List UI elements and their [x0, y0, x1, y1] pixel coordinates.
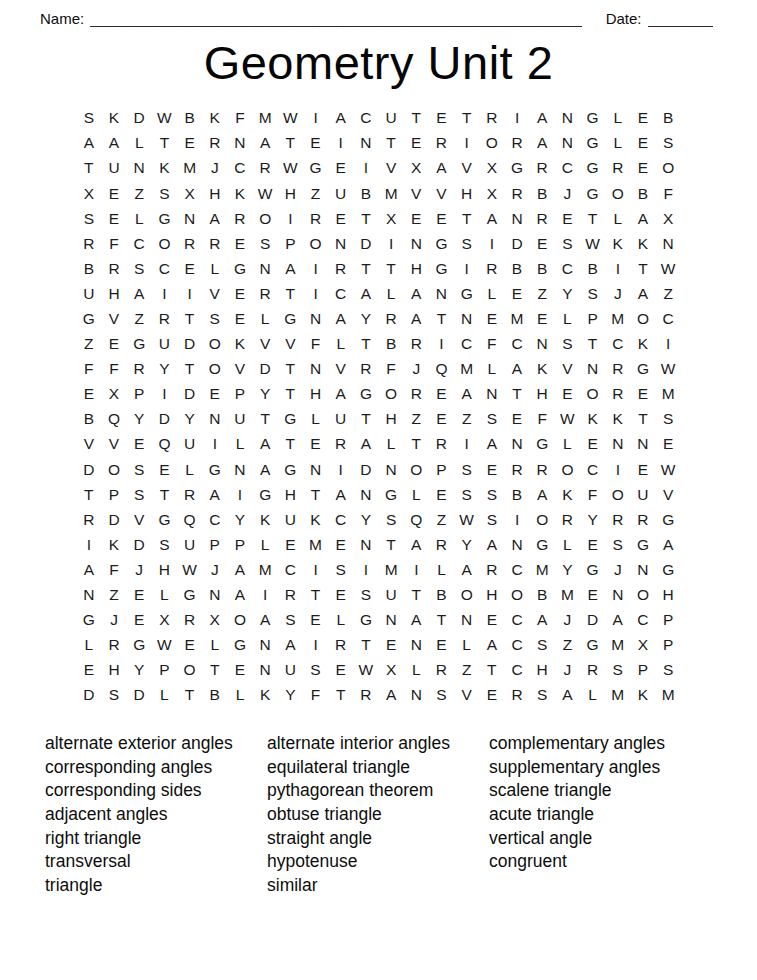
grid-cell: G [429, 256, 454, 281]
grid-cell: L [328, 608, 353, 633]
grid-cell: J [555, 658, 580, 683]
grid-cell: D [127, 532, 152, 557]
grid-cell: S [303, 658, 328, 683]
grid-cell: C [605, 332, 630, 357]
grid-cell: S [454, 482, 479, 507]
page-title: Geometry Unit 2 [0, 37, 757, 89]
grid-cell: R [278, 582, 303, 607]
grid-cell: R [328, 633, 353, 658]
grid-cell: V [656, 482, 681, 507]
grid-cell: B [76, 256, 101, 281]
grid-cell: W [253, 181, 278, 206]
grid-cell: C [555, 256, 580, 281]
grid-cell: E [303, 432, 328, 457]
grid-cell: R [353, 357, 378, 382]
grid-cell: Y [353, 306, 378, 331]
grid-cell: N [404, 231, 429, 256]
grid-cell: O [253, 206, 278, 231]
grid-cell: A [530, 482, 555, 507]
grid-cell: O [303, 231, 328, 256]
grid-cell: T [303, 482, 328, 507]
grid-cell: A [328, 382, 353, 407]
grid-cell: P [656, 608, 681, 633]
grid-cell: J [555, 608, 580, 633]
grid-cell: S [605, 658, 630, 683]
grid-cell: V [328, 357, 353, 382]
grid-cell: T [353, 256, 378, 281]
grid-cell: N [227, 131, 252, 156]
word-list-item: obtuse triangle [267, 803, 489, 827]
grid-cell: E [404, 131, 429, 156]
grid-cell: B [379, 332, 404, 357]
grid-cell: Q [404, 507, 429, 532]
grid-cell: C [504, 332, 529, 357]
grid-cell: K [630, 332, 655, 357]
grid-cell: V [454, 683, 479, 708]
grid-cell: N [454, 306, 479, 331]
word-list-item: scalene triangle [489, 779, 665, 803]
grid-cell: X [202, 608, 227, 633]
grid-cell: L [152, 582, 177, 607]
grid-cell: R [404, 332, 429, 357]
grid-cell: E [630, 106, 655, 131]
grid-cell: A [479, 206, 504, 231]
grid-cell: E [555, 382, 580, 407]
grid-cell: I [303, 281, 328, 306]
grid-cell: V [379, 156, 404, 181]
grid-cell: O [202, 332, 227, 357]
grid-cell: C [202, 507, 227, 532]
grid-cell: I [76, 532, 101, 557]
grid-cell: L [253, 306, 278, 331]
grid-cell: T [303, 582, 328, 607]
grid-cell: C [580, 457, 605, 482]
grid-cell: C [504, 658, 529, 683]
grid-cell: A [202, 206, 227, 231]
grid-cell: E [580, 532, 605, 557]
grid-cell: N [504, 432, 529, 457]
grid-cell: Q [101, 407, 126, 432]
grid-cell: N [605, 432, 630, 457]
grid-cell: N [303, 306, 328, 331]
grid-cell: D [177, 332, 202, 357]
grid-cell: O [555, 457, 580, 482]
grid-cell: U [76, 281, 101, 306]
grid-cell: I [353, 557, 378, 582]
grid-cell: S [429, 683, 454, 708]
grid-cell: N [656, 231, 681, 256]
word-list-item: pythagorean theorem [267, 779, 489, 803]
grid-cell: E [76, 382, 101, 407]
grid-cell: U [630, 482, 655, 507]
grid-cell: A [202, 482, 227, 507]
grid-cell: U [101, 156, 126, 181]
grid-cell: J [404, 357, 429, 382]
grid-cell: K [227, 332, 252, 357]
grid-cell: L [202, 633, 227, 658]
grid-cell: G [580, 106, 605, 131]
grid-cell: Y [278, 683, 303, 708]
grid-cell: M [454, 357, 479, 382]
grid-cell: S [127, 256, 152, 281]
grid-cell: J [127, 557, 152, 582]
grid-cell: U [278, 507, 303, 532]
grid-cell: L [227, 683, 252, 708]
grid-cell: A [253, 608, 278, 633]
grid-cell: E [127, 432, 152, 457]
grid-cell: B [76, 407, 101, 432]
grid-cell: E [152, 457, 177, 482]
grid-cell: X [152, 608, 177, 633]
grid-cell: N [76, 582, 101, 607]
grid-cell: E [177, 131, 202, 156]
grid-cell: A [278, 633, 303, 658]
grid-cell: X [404, 156, 429, 181]
grid-cell: F [101, 557, 126, 582]
grid-cell: C [328, 281, 353, 306]
grid-cell: C [555, 156, 580, 181]
grid-cell: K [303, 507, 328, 532]
grid-cell: E [177, 633, 202, 658]
grid-cell: E [76, 658, 101, 683]
grid-cell: E [479, 608, 504, 633]
grid-cell: L [605, 206, 630, 231]
grid-cell: Q [152, 432, 177, 457]
grid-cell: M [504, 306, 529, 331]
grid-cell: T [76, 482, 101, 507]
grid-cell: E [580, 432, 605, 457]
grid-cell: D [504, 231, 529, 256]
grid-cell: R [177, 482, 202, 507]
grid-cell: H [530, 658, 555, 683]
grid-cell: A [278, 256, 303, 281]
grid-cell: W [278, 106, 303, 131]
grid-cell: H [101, 658, 126, 683]
grid-cell: A [504, 357, 529, 382]
grid-cell: L [379, 432, 404, 457]
grid-cell: G [202, 457, 227, 482]
grid-cell: T [454, 206, 479, 231]
grid-cell: Z [127, 181, 152, 206]
grid-cell: L [605, 131, 630, 156]
grid-cell: I [429, 332, 454, 357]
grid-cell: A [328, 482, 353, 507]
grid-cell: Y [152, 357, 177, 382]
grid-cell: O [454, 582, 479, 607]
grid-cell: N [605, 582, 630, 607]
grid-cell: T [152, 482, 177, 507]
grid-cell: C [454, 332, 479, 357]
grid-cell: I [278, 206, 303, 231]
word-list-column: alternate interior anglesequilateral tri… [267, 732, 489, 898]
grid-cell: A [76, 131, 101, 156]
grid-cell: B [656, 106, 681, 131]
grid-cell: T [76, 156, 101, 181]
grid-cell: N [630, 432, 655, 457]
grid-cell: G [152, 507, 177, 532]
grid-cell: R [605, 382, 630, 407]
grid-cell: G [303, 156, 328, 181]
grid-cell: S [479, 507, 504, 532]
word-list-column: alternate exterior anglescorresponding a… [45, 732, 267, 898]
grid-cell: R [580, 658, 605, 683]
grid-cell: F [227, 106, 252, 131]
grid-cell: A [404, 306, 429, 331]
grid-cell: R [530, 457, 555, 482]
grid-cell: Q [177, 507, 202, 532]
grid-cell: T [404, 432, 429, 457]
grid-cell: D [127, 683, 152, 708]
grid-cell: O [227, 608, 252, 633]
grid-cell: V [202, 281, 227, 306]
grid-cell: R [630, 507, 655, 532]
grid-cell: H [202, 181, 227, 206]
grid-cell: G [454, 281, 479, 306]
grid-cell: S [555, 332, 580, 357]
word-list: alternate exterior anglescorresponding a… [45, 732, 757, 898]
grid-cell: N [479, 382, 504, 407]
grid-cell: U [278, 658, 303, 683]
grid-cell: R [429, 658, 454, 683]
grid-cell: S [580, 281, 605, 306]
grid-cell: A [353, 281, 378, 306]
grid-cell: B [580, 256, 605, 281]
grid-cell: W [580, 231, 605, 256]
word-list-item: hypotenuse [267, 850, 489, 874]
grid-cell: L [127, 131, 152, 156]
worksheet-header: Name: __________________________________… [0, 0, 757, 28]
grid-cell: R [152, 306, 177, 331]
grid-cell: N [303, 357, 328, 382]
grid-cell: T [504, 382, 529, 407]
grid-cell: G [278, 457, 303, 482]
grid-cell: R [504, 457, 529, 482]
grid-cell: N [504, 532, 529, 557]
grid-cell: L [555, 532, 580, 557]
grid-cell: A [353, 432, 378, 457]
grid-cell: L [605, 106, 630, 131]
grid-cell: E [479, 683, 504, 708]
grid-cell: R [76, 507, 101, 532]
grid-cell: N [353, 532, 378, 557]
grid-cell: Z [454, 407, 479, 432]
grid-cell: A [530, 106, 555, 131]
grid-cell: X [479, 156, 504, 181]
grid-cell: T [630, 407, 655, 432]
grid-cell: L [479, 281, 504, 306]
grid-cell: A [227, 557, 252, 582]
grid-cell: E [429, 482, 454, 507]
grid-cell: A [555, 683, 580, 708]
grid-cell: F [530, 407, 555, 432]
grid-cell: B [504, 256, 529, 281]
grid-cell: H [379, 407, 404, 432]
word-list-item: congruent [489, 850, 665, 874]
grid-cell: Q [429, 357, 454, 382]
grid-cell: U [177, 432, 202, 457]
grid-cell: S [278, 608, 303, 633]
grid-cell: K [202, 106, 227, 131]
grid-cell: M [555, 582, 580, 607]
grid-cell: S [127, 482, 152, 507]
grid-cell: I [454, 432, 479, 457]
grid-cell: T [177, 357, 202, 382]
grid-cell: W [152, 633, 177, 658]
grid-cell: K [253, 507, 278, 532]
grid-cell: L [429, 557, 454, 582]
grid-cell: R [404, 382, 429, 407]
grid-cell: V [76, 432, 101, 457]
grid-cell: H [479, 582, 504, 607]
grid-cell: S [253, 231, 278, 256]
grid-cell: O [101, 457, 126, 482]
grid-cell: G [580, 557, 605, 582]
grid-cell: N [580, 357, 605, 382]
grid-cell: Y [127, 407, 152, 432]
grid-cell: Z [555, 633, 580, 658]
grid-cell: A [253, 457, 278, 482]
word-list-item: corresponding angles [45, 756, 267, 780]
grid-cell: H [656, 582, 681, 607]
grid-cell: S [454, 231, 479, 256]
grid-cell: R [177, 231, 202, 256]
grid-cell: E [630, 382, 655, 407]
grid-cell: T [454, 106, 479, 131]
grid-cell: Y [227, 507, 252, 532]
grid-cell: E [530, 231, 555, 256]
grid-cell: T [278, 382, 303, 407]
grid-cell: O [530, 507, 555, 532]
grid-cell: S [353, 582, 378, 607]
grid-cell: G [580, 181, 605, 206]
grid-cell: R [479, 256, 504, 281]
grid-cell: E [227, 306, 252, 331]
grid-cell: V [253, 332, 278, 357]
grid-cell: U [328, 181, 353, 206]
grid-cell: G [429, 231, 454, 256]
grid-cell: V [429, 181, 454, 206]
grid-cell: A [404, 532, 429, 557]
grid-cell: I [454, 256, 479, 281]
grid-cell: J [202, 156, 227, 181]
word-list-item: transversal [45, 850, 267, 874]
word-list-item: alternate interior angles [267, 732, 489, 756]
grid-cell: L [303, 407, 328, 432]
grid-cell: E [379, 633, 404, 658]
grid-cell: L [202, 256, 227, 281]
grid-cell: G [504, 156, 529, 181]
grid-cell: L [404, 482, 429, 507]
grid-cell: E [630, 457, 655, 482]
grid-cell: O [504, 582, 529, 607]
grid-cell: G [630, 357, 655, 382]
grid-cell: O [379, 382, 404, 407]
grid-cell: A [454, 382, 479, 407]
grid-cell: G [656, 557, 681, 582]
grid-cell: H [404, 256, 429, 281]
grid-cell: H [454, 181, 479, 206]
grid-cell: S [152, 532, 177, 557]
grid-cell: E [227, 658, 252, 683]
grid-cell: S [202, 306, 227, 331]
grid-cell: X [177, 181, 202, 206]
grid-cell: H [152, 557, 177, 582]
grid-cell: L [580, 683, 605, 708]
grid-cell: R [530, 156, 555, 181]
grid-cell: A [328, 306, 353, 331]
grid-cell: W [656, 256, 681, 281]
word-list-item: triangle [45, 874, 267, 898]
grid-cell: Y [127, 658, 152, 683]
grid-cell: E [429, 106, 454, 131]
grid-cell: M [177, 156, 202, 181]
grid-cell: E [404, 206, 429, 231]
grid-cell: P [656, 633, 681, 658]
grid-cell: X [656, 206, 681, 231]
grid-cell: S [656, 658, 681, 683]
grid-cell: P [202, 532, 227, 557]
grid-cell: G [177, 582, 202, 607]
grid-cell: E [127, 582, 152, 607]
word-list-item: vertical angle [489, 827, 665, 851]
grid-cell: Z [101, 582, 126, 607]
grid-cell: A [630, 206, 655, 231]
grid-cell: S [656, 131, 681, 156]
grid-cell: G [379, 482, 404, 507]
grid-cell: P [630, 658, 655, 683]
grid-cell: A [127, 281, 152, 306]
grid-cell: T [278, 432, 303, 457]
grid-cell: G [76, 306, 101, 331]
grid-cell: S [656, 407, 681, 432]
grid-cell: H [101, 281, 126, 306]
word-list-item: acute triangle [489, 803, 665, 827]
grid-cell: S [76, 106, 101, 131]
grid-cell: E [479, 457, 504, 482]
grid-cell: S [328, 557, 353, 582]
grid-cell: K [630, 683, 655, 708]
grid-cell: R [328, 256, 353, 281]
word-list-item: alternate exterior angles [45, 732, 267, 756]
grid-cell: B [353, 181, 378, 206]
grid-cell: I [253, 582, 278, 607]
grid-cell: K [152, 156, 177, 181]
grid-cell: D [353, 231, 378, 256]
grid-cell: C [504, 608, 529, 633]
grid-cell: G [278, 306, 303, 331]
word-list-item: equilateral triangle [267, 756, 489, 780]
grid-cell: F [479, 332, 504, 357]
grid-cell: R [379, 306, 404, 331]
grid-cell: Y [253, 382, 278, 407]
grid-cell: T [580, 332, 605, 357]
grid-cell: R [101, 256, 126, 281]
grid-cell: W [278, 156, 303, 181]
grid-cell: N [630, 557, 655, 582]
grid-cell: C [504, 557, 529, 582]
grid-cell: H [278, 181, 303, 206]
grid-cell: I [328, 457, 353, 482]
grid-cell: A [479, 633, 504, 658]
grid-cell: I [152, 382, 177, 407]
grid-cell: A [253, 432, 278, 457]
grid-cell: E [202, 382, 227, 407]
grid-cell: K [101, 106, 126, 131]
word-list-item: adjacent angles [45, 803, 267, 827]
grid-cell: N [555, 106, 580, 131]
grid-cell: K [605, 231, 630, 256]
grid-cell: I [656, 332, 681, 357]
